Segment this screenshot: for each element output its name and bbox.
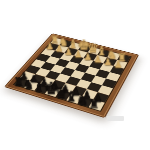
piece-black-pawn: ♟ <box>49 80 61 90</box>
square-h6 <box>26 65 41 74</box>
watermark <box>107 116 124 121</box>
square-a8: ♜ <box>89 100 105 111</box>
chess-board: ♜♞♝♚♛♝♞♜♟♟♟♟♟♟♟♟♟♟♟♟♟♟♟♟♜♞♝♚♛♝♞♜ <box>4 33 139 118</box>
square-e4 <box>65 61 79 70</box>
square-a1: ♜ <box>117 54 130 62</box>
board-grid: ♜♞♝♚♛♝♞♜♟♟♟♟♟♟♟♟♟♟♟♟♟♟♟♟♜♞♝♚♛♝♞♜ <box>14 38 130 111</box>
piece-black-rook: ♜ <box>13 76 25 88</box>
square-g3 <box>50 51 64 59</box>
piece-black-rook: ♜ <box>88 98 100 110</box>
photo-background: ♜♞♝♚♛♝♞♜♟♟♟♟♟♟♟♟♟♟♟♟♟♟♟♟♜♞♝♚♛♝♞♜ <box>0 0 150 150</box>
square-e6 <box>55 73 70 82</box>
